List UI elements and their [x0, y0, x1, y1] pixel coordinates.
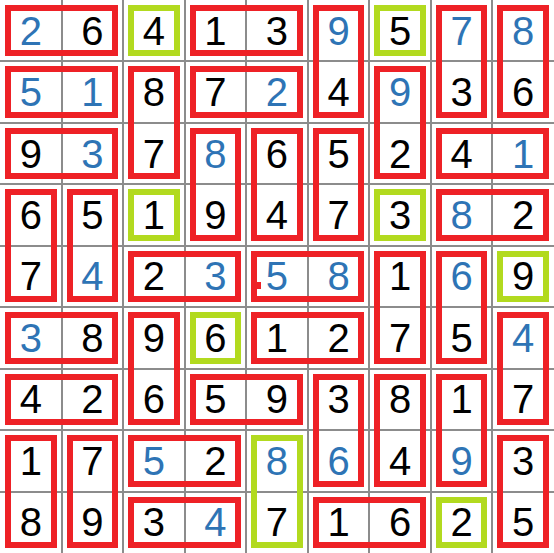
cell-r2c5[interactable]: 2 [246, 61, 308, 122]
cell-r1c9[interactable]: 8 [492, 0, 554, 61]
cell-r2c4[interactable]: 7 [185, 61, 247, 122]
cell-r6c5[interactable]: 1 [246, 307, 308, 368]
cell-r2c1[interactable]: 5 [0, 61, 62, 122]
puzzle-board: 2641395785187249369378652416519473827423… [0, 0, 554, 553]
cell-r3c5[interactable]: 6 [246, 123, 308, 184]
cell-r9c4[interactable]: 4 [185, 492, 247, 553]
cell-r8c9[interactable]: 3 [492, 430, 554, 491]
cell-r3c3[interactable]: 7 [123, 123, 185, 184]
cell-r4c7[interactable]: 3 [369, 184, 431, 245]
cell-r9c6[interactable]: 1 [308, 492, 370, 553]
cell-r2c8[interactable]: 3 [431, 61, 493, 122]
cell-r4c6[interactable]: 7 [308, 184, 370, 245]
cell-r5c8[interactable]: 6 [431, 246, 493, 307]
cell-r5c3[interactable]: 2 [123, 246, 185, 307]
cell-r9c3[interactable]: 3 [123, 492, 185, 553]
cell-r7c8[interactable]: 1 [431, 369, 493, 430]
cell-r4c9[interactable]: 2 [492, 184, 554, 245]
cell-r7c1[interactable]: 4 [0, 369, 62, 430]
cell-r4c5[interactable]: 4 [246, 184, 308, 245]
cell-r4c3[interactable]: 1 [123, 184, 185, 245]
cell-r2c7[interactable]: 9 [369, 61, 431, 122]
cell-r8c7[interactable]: 4 [369, 430, 431, 491]
cell-r8c4[interactable]: 2 [185, 430, 247, 491]
cell-r7c3[interactable]: 6 [123, 369, 185, 430]
cell-r6c9[interactable]: 4 [492, 307, 554, 368]
cell-r7c5[interactable]: 9 [246, 369, 308, 430]
cell-r4c2[interactable]: 5 [62, 184, 124, 245]
cell-r9c5[interactable]: 7 [246, 492, 308, 553]
cell-r1c2[interactable]: 6 [62, 0, 124, 61]
cell-r3c1[interactable]: 9 [0, 123, 62, 184]
cell-r7c6[interactable]: 3 [308, 369, 370, 430]
cell-r8c2[interactable]: 7 [62, 430, 124, 491]
cell-r5c6[interactable]: 8 [308, 246, 370, 307]
cell-r3c2[interactable]: 3 [62, 123, 124, 184]
cell-r5c5[interactable]: 5 [246, 246, 308, 307]
cell-r6c8[interactable]: 5 [431, 307, 493, 368]
cell-r5c1[interactable]: 7 [0, 246, 62, 307]
cell-r3c6[interactable]: 5 [308, 123, 370, 184]
cell-r3c9[interactable]: 1 [492, 123, 554, 184]
cell-r5c2[interactable]: 4 [62, 246, 124, 307]
cell-r6c6[interactable]: 2 [308, 307, 370, 368]
cell-r9c9[interactable]: 5 [492, 492, 554, 553]
cell-r1c3[interactable]: 4 [123, 0, 185, 61]
cell-r8c6[interactable]: 6 [308, 430, 370, 491]
cell-r7c4[interactable]: 5 [185, 369, 247, 430]
cell-r2c3[interactable]: 8 [123, 61, 185, 122]
cell-r2c9[interactable]: 6 [492, 61, 554, 122]
cell-r1c1[interactable]: 2 [0, 0, 62, 61]
cell-r4c4[interactable]: 9 [185, 184, 247, 245]
cell-r2c6[interactable]: 4 [308, 61, 370, 122]
cell-r2c2[interactable]: 1 [62, 61, 124, 122]
cell-r3c7[interactable]: 2 [369, 123, 431, 184]
cell-r1c8[interactable]: 7 [431, 0, 493, 61]
cell-r6c1[interactable]: 3 [0, 307, 62, 368]
cell-r9c2[interactable]: 9 [62, 492, 124, 553]
cell-r3c4[interactable]: 8 [185, 123, 247, 184]
cell-r7c2[interactable]: 2 [62, 369, 124, 430]
cell-r6c4[interactable]: 6 [185, 307, 247, 368]
cell-r1c4[interactable]: 1 [185, 0, 247, 61]
cell-r5c7[interactable]: 1 [369, 246, 431, 307]
cell-r1c7[interactable]: 5 [369, 0, 431, 61]
cell-r9c1[interactable]: 8 [0, 492, 62, 553]
cell-r6c7[interactable]: 7 [369, 307, 431, 368]
cell-r8c3[interactable]: 5 [123, 430, 185, 491]
cell-r6c3[interactable]: 9 [123, 307, 185, 368]
cell-r4c8[interactable]: 8 [431, 184, 493, 245]
cell-r4c1[interactable]: 6 [0, 184, 62, 245]
cell-r9c8[interactable]: 2 [431, 492, 493, 553]
cell-r8c1[interactable]: 1 [0, 430, 62, 491]
cell-r5c9[interactable]: 9 [492, 246, 554, 307]
cell-r1c5[interactable]: 3 [246, 0, 308, 61]
cell-r9c7[interactable]: 6 [369, 492, 431, 553]
cell-r7c7[interactable]: 8 [369, 369, 431, 430]
cell-r5c4[interactable]: 3 [185, 246, 247, 307]
cell-r6c2[interactable]: 8 [62, 307, 124, 368]
cell-r8c5[interactable]: 8 [246, 430, 308, 491]
cell-r8c8[interactable]: 9 [431, 430, 493, 491]
cell-r3c8[interactable]: 4 [431, 123, 493, 184]
cell-r7c9[interactable]: 7 [492, 369, 554, 430]
cell-r1c6[interactable]: 9 [308, 0, 370, 61]
